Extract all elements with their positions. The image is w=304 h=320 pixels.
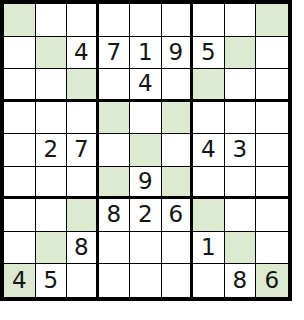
given-digit: 8	[232, 269, 247, 292]
given-digit: 4	[74, 41, 89, 64]
cell-r1c4[interactable]	[99, 4, 131, 37]
cell-r7c4[interactable]: 8	[99, 199, 131, 232]
cell-r1c2[interactable]	[36, 4, 68, 37]
cell-r5c3[interactable]: 7	[67, 134, 99, 167]
given-digit: 8	[106, 203, 121, 226]
cell-r1c8[interactable]	[225, 4, 257, 37]
cell-r5c9[interactable]	[256, 134, 288, 167]
cell-r6c3[interactable]	[67, 167, 99, 200]
cell-r6c1[interactable]	[4, 167, 36, 200]
cell-r9c7[interactable]	[193, 264, 225, 297]
cell-r2c7[interactable]: 5	[193, 37, 225, 70]
cell-r8c5[interactable]	[130, 232, 162, 265]
given-digit: 1	[138, 41, 153, 64]
cell-r9c4[interactable]	[99, 264, 131, 297]
cell-r4c2[interactable]	[36, 102, 68, 135]
cell-r7c8[interactable]	[225, 199, 257, 232]
given-digit: 4	[138, 72, 153, 95]
cell-r1c3[interactable]	[67, 4, 99, 37]
cell-r1c9[interactable]	[256, 4, 288, 37]
given-digit: 2	[43, 138, 58, 161]
cell-r1c1[interactable]	[4, 4, 36, 37]
given-digit: 7	[106, 41, 121, 64]
cell-r3c5[interactable]: 4	[130, 69, 162, 102]
cell-r4c7[interactable]	[193, 102, 225, 135]
given-digit: 4	[12, 269, 27, 292]
cell-r8c1[interactable]	[4, 232, 36, 265]
given-digit: 9	[138, 170, 153, 193]
cell-r9c5[interactable]	[130, 264, 162, 297]
cell-r6c8[interactable]	[225, 167, 257, 200]
given-digit: 4	[201, 138, 216, 161]
cell-r5c2[interactable]: 2	[36, 134, 68, 167]
cell-r9c9[interactable]: 6	[256, 264, 288, 297]
cell-r3c6[interactable]	[162, 69, 194, 102]
given-digit: 9	[168, 41, 183, 64]
cell-r7c3[interactable]	[67, 199, 99, 232]
cell-r1c6[interactable]	[162, 4, 194, 37]
cell-r8c4[interactable]	[99, 232, 131, 265]
cell-r5c1[interactable]	[4, 134, 36, 167]
cell-r7c6[interactable]: 6	[162, 199, 194, 232]
given-digit: 1	[201, 236, 216, 259]
cell-r6c2[interactable]	[36, 167, 68, 200]
cell-r9c8[interactable]: 8	[225, 264, 257, 297]
cell-r8c2[interactable]	[36, 232, 68, 265]
cell-r4c9[interactable]	[256, 102, 288, 135]
cell-r8c7[interactable]: 1	[193, 232, 225, 265]
cell-r1c7[interactable]	[193, 4, 225, 37]
cell-r9c1[interactable]: 4	[4, 264, 36, 297]
cell-r4c4[interactable]	[99, 102, 131, 135]
cell-r5c5[interactable]	[130, 134, 162, 167]
cell-r8c3[interactable]: 8	[67, 232, 99, 265]
cell-r9c2[interactable]: 5	[36, 264, 68, 297]
cell-r1c5[interactable]	[130, 4, 162, 37]
cell-r4c6[interactable]	[162, 102, 194, 135]
cell-r3c2[interactable]	[36, 69, 68, 102]
cell-r3c3[interactable]	[67, 69, 99, 102]
cell-r4c3[interactable]	[67, 102, 99, 135]
cell-r3c9[interactable]	[256, 69, 288, 102]
cell-r2c4[interactable]: 7	[99, 37, 131, 70]
cell-r2c3[interactable]: 4	[67, 37, 99, 70]
cell-r7c2[interactable]	[36, 199, 68, 232]
cell-r9c6[interactable]	[162, 264, 194, 297]
cell-r7c5[interactable]: 2	[130, 199, 162, 232]
given-digit: 8	[74, 236, 89, 259]
given-digit: 3	[232, 138, 247, 161]
given-digit: 6	[168, 203, 183, 226]
sudoku-board: 47195427439826814586	[0, 0, 292, 301]
cell-r6c4[interactable]	[99, 167, 131, 200]
cell-r5c7[interactable]: 4	[193, 134, 225, 167]
cell-r3c7[interactable]	[193, 69, 225, 102]
cell-r5c6[interactable]	[162, 134, 194, 167]
cell-r5c8[interactable]: 3	[225, 134, 257, 167]
cell-r5c4[interactable]	[99, 134, 131, 167]
cell-r9c3[interactable]	[67, 264, 99, 297]
cell-r7c7[interactable]	[193, 199, 225, 232]
cell-r4c8[interactable]	[225, 102, 257, 135]
cell-r2c6[interactable]: 9	[162, 37, 194, 70]
cell-r2c2[interactable]	[36, 37, 68, 70]
cell-r3c8[interactable]	[225, 69, 257, 102]
cell-r7c9[interactable]	[256, 199, 288, 232]
cell-r6c6[interactable]	[162, 167, 194, 200]
cell-r7c1[interactable]	[4, 199, 36, 232]
cell-r3c4[interactable]	[99, 69, 131, 102]
given-digit: 5	[43, 269, 58, 292]
cell-r8c8[interactable]	[225, 232, 257, 265]
cell-r2c8[interactable]	[225, 37, 257, 70]
cell-r4c1[interactable]	[4, 102, 36, 135]
cell-r2c9[interactable]	[256, 37, 288, 70]
cell-r6c9[interactable]	[256, 167, 288, 200]
cell-r4c5[interactable]	[130, 102, 162, 135]
given-digit: 2	[138, 203, 153, 226]
cell-r6c5[interactable]: 9	[130, 167, 162, 200]
cell-r3c1[interactable]	[4, 69, 36, 102]
cell-r2c1[interactable]	[4, 37, 36, 70]
cell-r6c7[interactable]	[193, 167, 225, 200]
given-digit: 5	[201, 41, 216, 64]
cell-r8c9[interactable]	[256, 232, 288, 265]
cell-r2c5[interactable]: 1	[130, 37, 162, 70]
cell-r8c6[interactable]	[162, 232, 194, 265]
given-digit: 6	[264, 269, 279, 292]
given-digit: 7	[74, 138, 89, 161]
